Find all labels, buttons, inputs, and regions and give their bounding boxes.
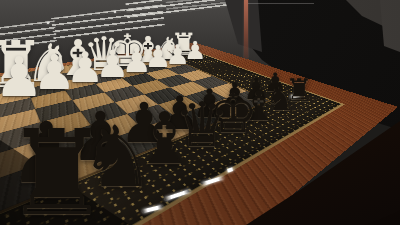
black-rook-a8[interactable]: ♜	[4, 115, 110, 225]
white-pawn-a2[interactable]: ♟	[0, 50, 44, 105]
pieces-layer: ♜♞♝♛♚♝♞♜♟♟♟♟♟♟♟♟♟♟♟♟♟♟♟♟♜♞♝♛♚♝♞♜	[0, 0, 400, 225]
chess-3d-scene: ♜♞♝♛♚♝♞♜♟♟♟♟♟♟♟♟♟♟♟♟♟♟♟♟♜♞♝♛♚♝♞♜	[0, 0, 400, 225]
